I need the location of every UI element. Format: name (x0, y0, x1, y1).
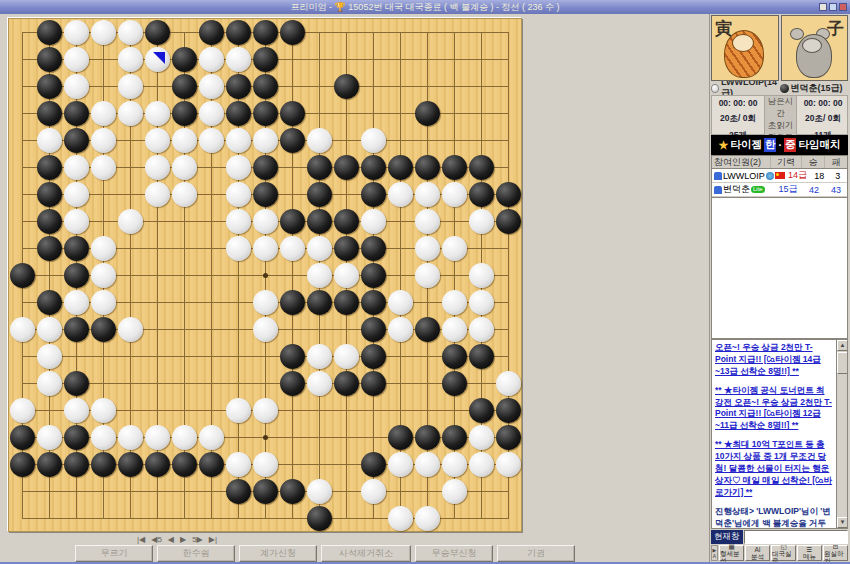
black-stone[interactable] (226, 101, 251, 126)
timer-panel: 00: 00: 00 20초/ 0회 25개 남은시간 초읽기 잡은돌 00: … (711, 95, 848, 135)
black-stone[interactable] (307, 290, 332, 315)
black-stone[interactable] (64, 101, 89, 126)
white-stone[interactable] (64, 47, 89, 72)
undo-button[interactable]: 무르기 (75, 545, 153, 562)
black-stone[interactable] (334, 236, 359, 261)
black-stone[interactable] (145, 20, 170, 45)
black-stone[interactable] (361, 263, 386, 288)
white-stone[interactable] (64, 155, 89, 180)
white-stone[interactable] (442, 452, 467, 477)
chat-ad-link[interactable]: ** ★타이젬 공식 토너먼트 최강전 오픈~! 우승 상금 2천만 T-Poi… (715, 385, 833, 433)
white-stone[interactable] (172, 182, 197, 207)
tab-situation-analysis[interactable]: ▦ 형세분석 (719, 545, 744, 561)
white-stone[interactable] (253, 398, 278, 423)
black-stone[interactable] (280, 128, 305, 153)
black-stone[interactable] (442, 371, 467, 396)
black-stone[interactable] (253, 20, 278, 45)
chat-ad-link[interactable]: ** ★최대 10억 T포인트 등 총 10가지 상품 중 1개 무조건 당첨!… (715, 439, 833, 498)
scroll-up-icon[interactable]: ▲ (837, 340, 848, 351)
count-request-button[interactable]: 계가신청 (239, 545, 317, 562)
lite-badge: Lite (751, 186, 765, 193)
black-stone[interactable] (199, 20, 224, 45)
white-stone[interactable] (37, 425, 62, 450)
black-stone[interactable] (415, 317, 440, 342)
white-stone[interactable] (145, 128, 170, 153)
chat-target-selector[interactable]: 현재창 (711, 530, 743, 544)
white-stone[interactable] (10, 398, 35, 423)
white-stone[interactable] (118, 74, 143, 99)
chat-log[interactable]: 오픈~! 우승 상금 2천만 T-Point 지급!! [㏇타이젬 14급~13… (711, 339, 848, 529)
white-stone[interactable] (253, 209, 278, 234)
person-icon (714, 186, 722, 194)
window-icon: ⊡ (833, 543, 838, 550)
black-stone[interactable] (37, 290, 62, 315)
table-row[interactable]: LWWLOIP 14급 18 3 (712, 169, 847, 183)
white-stone[interactable] (334, 344, 359, 369)
participant-table-header: 참여인원(2) 기력 승 패 (712, 156, 847, 169)
white-stone[interactable] (442, 236, 467, 261)
black-stone[interactable] (442, 155, 467, 180)
white-stone[interactable] (64, 290, 89, 315)
black-stone[interactable] (37, 20, 62, 45)
black-remaining-time: 00: 00: 00 (797, 98, 849, 108)
draw-request-button[interactable]: 무승부신청 (415, 545, 493, 562)
black-stone[interactable] (280, 344, 305, 369)
black-stone[interactable] (37, 209, 62, 234)
black-stone[interactable] (334, 290, 359, 315)
white-stone[interactable] (199, 101, 224, 126)
white-stone[interactable] (226, 182, 251, 207)
black-stone[interactable] (91, 452, 116, 477)
black-stone[interactable] (307, 182, 332, 207)
black-stone[interactable] (253, 155, 278, 180)
black-stone[interactable] (64, 425, 89, 450)
move-navigation: |◀ ◀5 ◀ ▶ 5▶ ▶| (137, 535, 217, 544)
white-stone[interactable] (496, 452, 521, 477)
white-stone[interactable] (307, 371, 332, 396)
pass-button[interactable]: 한수쉼 (157, 545, 235, 562)
black-stone[interactable] (280, 101, 305, 126)
white-stone[interactable] (91, 290, 116, 315)
nav-last-button[interactable]: ▶| (209, 535, 217, 544)
white-stone[interactable] (10, 317, 35, 342)
white-stone[interactable] (307, 479, 332, 504)
table-row[interactable]: 변덕춘 Lite 15급 42 43 (712, 183, 847, 197)
white-stone[interactable] (442, 317, 467, 342)
white-stone[interactable] (37, 128, 62, 153)
white-stone[interactable] (91, 263, 116, 288)
window-minimize-icon[interactable] (819, 3, 827, 11)
white-stone[interactable] (145, 47, 170, 72)
white-stone[interactable] (388, 182, 413, 207)
white-stone[interactable] (91, 155, 116, 180)
white-stone[interactable] (91, 236, 116, 261)
toolbar-collapse-handle[interactable]: ▶A (711, 545, 718, 561)
china-flag-icon (775, 172, 785, 179)
scroll-thumb[interactable] (837, 352, 848, 374)
black-stone[interactable] (496, 425, 521, 450)
white-stone-icon (711, 84, 719, 93)
chat-ad-link[interactable]: 오픈~! 우승 상금 2천만 T-Point 지급!! [㏇타이젬 14급~13… (715, 342, 833, 378)
white-stone[interactable] (91, 425, 116, 450)
white-stone[interactable] (118, 20, 143, 45)
black-stone[interactable] (307, 155, 332, 180)
white-stone[interactable] (226, 209, 251, 234)
black-stone[interactable] (37, 452, 62, 477)
black-stone[interactable] (361, 344, 386, 369)
ai-icon: AI (754, 546, 760, 553)
white-stone[interactable] (415, 452, 440, 477)
black-stone[interactable] (91, 317, 116, 342)
black-stone[interactable] (469, 344, 494, 369)
board-panel: |◀ ◀5 ◀ ▶ 5▶ ▶| 무르기 한수쉼 계가신청 사석제거취소 무승부신… (0, 14, 710, 562)
player-avatars: 寅 子 (711, 15, 848, 81)
black-stone[interactable] (469, 398, 494, 423)
game-result-status: 진행상태> 'LWWLOIP'님이 '변덕춘'님에게 백 불계승을 거두셨습니다… (715, 506, 833, 529)
white-stone[interactable] (469, 263, 494, 288)
black-stone[interactable] (361, 290, 386, 315)
bottom-toolbar: ▶A ▦ 형세분석 AI 분석 ◱ 대국실로 ☰ 메뉴 ⊡ 원실하기 (711, 545, 848, 562)
white-stone[interactable] (64, 398, 89, 423)
black-stone[interactable] (10, 425, 35, 450)
black-stone[interactable] (307, 506, 332, 531)
black-stone[interactable] (280, 479, 305, 504)
go-board[interactable] (8, 18, 522, 532)
black-stone[interactable] (64, 371, 89, 396)
black-stone[interactable] (118, 452, 143, 477)
white-stone[interactable] (64, 182, 89, 207)
white-stone[interactable] (415, 182, 440, 207)
black-stone[interactable] (64, 452, 89, 477)
white-stone[interactable] (118, 425, 143, 450)
black-stone[interactable] (37, 155, 62, 180)
nav-back5-button[interactable]: ◀5 (151, 535, 162, 544)
black-stone[interactable] (64, 263, 89, 288)
white-stone[interactable] (469, 452, 494, 477)
white-stone[interactable] (226, 236, 251, 261)
black-stone[interactable] (442, 344, 467, 369)
black-stone[interactable] (469, 155, 494, 180)
white-stone[interactable] (64, 209, 89, 234)
black-player-avatar: 子 (781, 15, 849, 81)
black-stone[interactable] (10, 263, 35, 288)
black-stone[interactable] (253, 101, 278, 126)
white-byoyomi: 20초/ 0회 (712, 113, 764, 125)
white-stone[interactable] (253, 452, 278, 477)
black-stone[interactable] (172, 74, 197, 99)
white-stone[interactable] (307, 236, 332, 261)
white-stone[interactable] (334, 263, 359, 288)
white-stone[interactable] (118, 47, 143, 72)
game-action-buttons: 무르기 한수쉼 계가신청 사석제거취소 무승부신청 기권 (75, 545, 575, 562)
black-stone[interactable] (280, 209, 305, 234)
black-stone[interactable] (226, 20, 251, 45)
black-stone[interactable] (280, 20, 305, 45)
white-stone[interactable] (361, 479, 386, 504)
black-stone[interactable] (37, 74, 62, 99)
dead-stone-cancel-button[interactable]: 사석제거취소 (321, 545, 411, 562)
white-stone[interactable] (388, 317, 413, 342)
black-stone[interactable] (253, 479, 278, 504)
black-stone[interactable] (145, 452, 170, 477)
white-stone[interactable] (388, 452, 413, 477)
white-stone[interactable] (118, 101, 143, 126)
black-stone[interactable] (361, 452, 386, 477)
white-stone[interactable] (226, 128, 251, 153)
black-stone[interactable] (226, 74, 251, 99)
black-stone[interactable] (361, 371, 386, 396)
black-stone[interactable] (64, 317, 89, 342)
white-stone[interactable] (253, 317, 278, 342)
white-stone[interactable] (226, 398, 251, 423)
black-stone[interactable] (415, 101, 440, 126)
black-stone[interactable] (37, 182, 62, 207)
white-remaining-time: 00: 00: 00 (712, 98, 764, 108)
white-stone[interactable] (199, 74, 224, 99)
scroll-down-icon[interactable]: ▼ (837, 517, 848, 528)
white-stone[interactable] (415, 236, 440, 261)
player-names-row: LWWLOIP(14급) 변덕춘(15급) (711, 81, 848, 95)
event-banner: ★ 타이젬 한 · 중 타임매치 (711, 135, 848, 155)
black-stone[interactable] (280, 290, 305, 315)
black-stone[interactable] (64, 128, 89, 153)
black-stone[interactable] (469, 182, 494, 207)
black-stone[interactable] (64, 236, 89, 261)
white-stone[interactable] (442, 290, 467, 315)
black-stone-icon (780, 84, 789, 93)
black-stone[interactable] (361, 182, 386, 207)
white-stone[interactable] (145, 101, 170, 126)
white-stone[interactable] (172, 155, 197, 180)
black-stone[interactable] (334, 371, 359, 396)
black-stone[interactable] (496, 209, 521, 234)
chat-scrollbar[interactable]: ▲ ▼ (836, 340, 847, 528)
title-text-right: 15052번 대국 대국종료 ( 백 불계승 ) - 정선 ( 236 수 ) (348, 2, 559, 12)
white-stone[interactable] (145, 155, 170, 180)
black-stone[interactable] (37, 47, 62, 72)
window-controls (819, 3, 847, 11)
white-stone[interactable] (145, 425, 170, 450)
white-stone[interactable] (91, 101, 116, 126)
white-stone[interactable] (415, 209, 440, 234)
black-stone[interactable] (253, 74, 278, 99)
white-stone[interactable] (145, 182, 170, 207)
black-stone[interactable] (172, 101, 197, 126)
black-stone[interactable] (199, 452, 224, 477)
black-stone[interactable] (496, 182, 521, 207)
star-point (263, 273, 268, 278)
black-stone[interactable] (172, 47, 197, 72)
black-stone[interactable] (253, 47, 278, 72)
star-point (263, 435, 268, 440)
white-stone[interactable] (253, 290, 278, 315)
white-stone[interactable] (469, 425, 494, 450)
white-stone[interactable] (199, 128, 224, 153)
white-stone[interactable] (496, 371, 521, 396)
black-stone[interactable] (388, 155, 413, 180)
title-text-left: 프리미엄 - (291, 2, 333, 12)
black-stone[interactable] (496, 398, 521, 423)
zodiac-tiger-kanji: 寅 (715, 17, 732, 40)
black-stone[interactable] (361, 155, 386, 180)
black-stone[interactable] (172, 452, 197, 477)
grid-icon: ▦ (728, 543, 734, 550)
black-stone[interactable] (415, 155, 440, 180)
white-stone[interactable] (469, 209, 494, 234)
white-stone[interactable] (226, 47, 251, 72)
white-stone[interactable] (469, 317, 494, 342)
participant-table: 참여인원(2) 기력 승 패 LWWLOIP 14급 18 3 (711, 155, 848, 198)
white-stone[interactable] (415, 263, 440, 288)
black-stone[interactable] (253, 182, 278, 207)
menu-icon: ☰ (807, 546, 813, 553)
white-stone[interactable] (415, 506, 440, 531)
sidebar: 寅 子 LWWLOIP(14급) 변덕춘(15급) 00: 00: 00 (710, 14, 849, 562)
white-stone[interactable] (388, 506, 413, 531)
nav-back-button[interactable]: ◀ (168, 535, 174, 544)
window-maximize-icon[interactable] (829, 3, 837, 11)
resign-button[interactable]: 기권 (497, 545, 575, 562)
participant-list-area (711, 198, 848, 339)
white-stone[interactable] (91, 20, 116, 45)
white-stone[interactable] (226, 155, 251, 180)
white-stone[interactable] (118, 209, 143, 234)
white-stone[interactable] (37, 317, 62, 342)
trophy-icon: 🏆 (335, 2, 346, 12)
globe-icon (766, 172, 774, 180)
white-stone[interactable] (199, 425, 224, 450)
white-stone[interactable] (172, 425, 197, 450)
black-stone[interactable] (37, 101, 62, 126)
black-stone[interactable] (10, 452, 35, 477)
white-stone[interactable] (253, 128, 278, 153)
white-stone[interactable] (37, 344, 62, 369)
black-player-name: 변덕춘(15급) (780, 82, 849, 95)
black-stone[interactable] (361, 317, 386, 342)
white-stone[interactable] (361, 209, 386, 234)
white-stone[interactable] (91, 128, 116, 153)
white-stone[interactable] (64, 20, 89, 45)
black-stone[interactable] (280, 371, 305, 396)
black-stone[interactable] (334, 74, 359, 99)
zodiac-rat-kanji: 子 (827, 17, 844, 40)
tab-game-room[interactable]: ◱ 대국실로 (771, 545, 796, 561)
black-stone[interactable] (388, 425, 413, 450)
white-stone[interactable] (64, 74, 89, 99)
black-stone[interactable] (361, 236, 386, 261)
black-stone[interactable] (226, 479, 251, 504)
white-stone[interactable] (118, 317, 143, 342)
black-stone[interactable] (307, 209, 332, 234)
tab-restore-window[interactable]: ⊡ 원실하기 (823, 545, 848, 561)
person-icon (714, 172, 722, 180)
nav-forward-button[interactable]: ▶ (180, 535, 186, 544)
white-stone[interactable] (172, 128, 197, 153)
black-stone[interactable] (415, 425, 440, 450)
black-stone[interactable] (37, 236, 62, 261)
black-stone[interactable] (334, 155, 359, 180)
black-byoyomi: 20초/ 0회 (797, 113, 849, 125)
tab-ai-analysis[interactable]: AI 분석 (745, 545, 770, 561)
white-stone[interactable] (469, 290, 494, 315)
white-player-avatar: 寅 (711, 15, 779, 81)
white-stone[interactable] (442, 182, 467, 207)
white-stone[interactable] (280, 236, 305, 261)
white-stone[interactable] (388, 290, 413, 315)
white-stone[interactable] (91, 398, 116, 423)
room-icon: ◱ (780, 543, 786, 550)
white-stone[interactable] (226, 452, 251, 477)
white-stone[interactable] (307, 344, 332, 369)
white-stone[interactable] (307, 128, 332, 153)
banner-trophy-icon: ★ (719, 139, 729, 152)
white-stone[interactable] (199, 47, 224, 72)
tab-menu[interactable]: ☰ 메뉴 (797, 545, 822, 561)
white-stone[interactable] (361, 128, 386, 153)
window-close-icon[interactable] (839, 3, 847, 11)
white-stone[interactable] (442, 479, 467, 504)
white-stone[interactable] (253, 236, 278, 261)
nav-forward5-button[interactable]: 5▶ (192, 535, 203, 544)
white-stone[interactable] (307, 263, 332, 288)
nav-first-button[interactable]: |◀ (137, 535, 145, 544)
black-stone[interactable] (442, 425, 467, 450)
white-stone[interactable] (37, 371, 62, 396)
window-title-bar: 프리미엄 - 🏆 15052번 대국 대국종료 ( 백 불계승 ) - 정선 (… (0, 0, 850, 14)
black-stone[interactable] (334, 209, 359, 234)
